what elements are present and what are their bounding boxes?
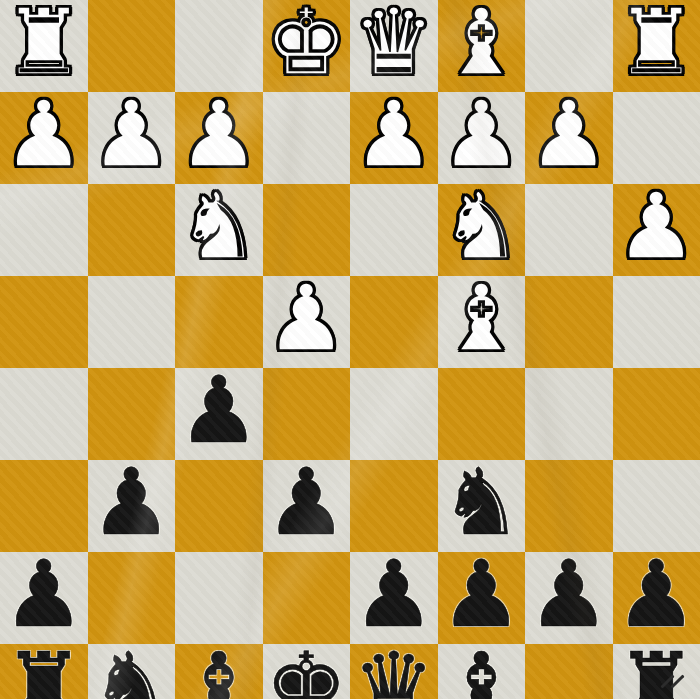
square-d1[interactable]: ♛ xyxy=(350,0,438,92)
square-h4[interactable] xyxy=(0,276,88,368)
piece-white-pawn[interactable]: ♟ xyxy=(265,273,347,365)
square-f1[interactable] xyxy=(175,0,263,92)
square-b8[interactable] xyxy=(525,644,613,699)
piece-white-rook[interactable]: ♜ xyxy=(3,0,85,89)
piece-white-pawn[interactable]: ♟ xyxy=(615,181,697,273)
square-h2[interactable]: ♟ xyxy=(0,92,88,184)
piece-black-bishop[interactable]: ♝ xyxy=(440,641,522,699)
piece-white-queen[interactable]: ♛ xyxy=(353,0,435,89)
square-g6[interactable]: ♟ xyxy=(88,460,176,552)
square-g1[interactable] xyxy=(88,0,176,92)
square-f2[interactable]: ♟ xyxy=(175,92,263,184)
square-g7[interactable] xyxy=(88,552,176,644)
piece-black-pawn[interactable]: ♟ xyxy=(528,549,610,641)
square-d5[interactable] xyxy=(350,368,438,460)
square-g8[interactable]: ♞ xyxy=(88,644,176,699)
square-b2[interactable]: ♟ xyxy=(525,92,613,184)
square-c6[interactable]: ♞ xyxy=(438,460,526,552)
piece-white-pawn[interactable]: ♟ xyxy=(440,89,522,181)
square-h3[interactable] xyxy=(0,184,88,276)
square-b3[interactable] xyxy=(525,184,613,276)
piece-black-queen[interactable]: ♛ xyxy=(353,641,435,699)
square-c8[interactable]: ♝ xyxy=(438,644,526,699)
square-e8[interactable]: ♚ xyxy=(263,644,351,699)
piece-black-pawn[interactable]: ♟ xyxy=(440,549,522,641)
square-a1[interactable]: ♜ xyxy=(613,0,700,92)
square-a4[interactable] xyxy=(613,276,700,368)
square-e7[interactable] xyxy=(263,552,351,644)
piece-white-knight[interactable]: ♞ xyxy=(178,181,260,273)
piece-black-knight[interactable]: ♞ xyxy=(90,641,172,699)
square-b6[interactable] xyxy=(525,460,613,552)
square-g5[interactable] xyxy=(88,368,176,460)
resize-handle[interactable] xyxy=(659,669,689,693)
square-a5[interactable] xyxy=(613,368,700,460)
square-e2[interactable] xyxy=(263,92,351,184)
piece-black-pawn[interactable]: ♟ xyxy=(90,457,172,549)
piece-black-knight[interactable]: ♞ xyxy=(440,457,522,549)
square-d6[interactable] xyxy=(350,460,438,552)
square-f8[interactable]: ♝ xyxy=(175,644,263,699)
square-a3[interactable]: ♟ xyxy=(613,184,700,276)
square-d8[interactable]: ♛ xyxy=(350,644,438,699)
piece-white-pawn[interactable]: ♟ xyxy=(353,89,435,181)
piece-white-rook[interactable]: ♜ xyxy=(615,0,697,89)
square-f7[interactable] xyxy=(175,552,263,644)
piece-black-rook[interactable]: ♜ xyxy=(3,641,85,699)
piece-black-bishop[interactable]: ♝ xyxy=(178,641,260,699)
square-d4[interactable] xyxy=(350,276,438,368)
square-h8[interactable]: ♜ xyxy=(0,644,88,699)
square-h6[interactable] xyxy=(0,460,88,552)
square-d7[interactable]: ♟ xyxy=(350,552,438,644)
square-c4[interactable]: ♝ xyxy=(438,276,526,368)
piece-white-bishop[interactable]: ♝ xyxy=(440,273,522,365)
square-d2[interactable]: ♟ xyxy=(350,92,438,184)
square-f4[interactable] xyxy=(175,276,263,368)
square-c1[interactable]: ♝ xyxy=(438,0,526,92)
square-e1[interactable]: ♚ xyxy=(263,0,351,92)
piece-white-pawn[interactable]: ♟ xyxy=(178,89,260,181)
square-a7[interactable]: ♟ xyxy=(613,552,700,644)
square-h7[interactable]: ♟ xyxy=(0,552,88,644)
piece-black-pawn[interactable]: ♟ xyxy=(353,549,435,641)
square-g3[interactable] xyxy=(88,184,176,276)
square-e5[interactable] xyxy=(263,368,351,460)
piece-white-king[interactable]: ♚ xyxy=(265,0,347,89)
square-g4[interactable] xyxy=(88,276,176,368)
piece-white-pawn[interactable]: ♟ xyxy=(3,89,85,181)
square-h1[interactable]: ♜ xyxy=(0,0,88,92)
piece-white-bishop[interactable]: ♝ xyxy=(440,0,522,89)
square-h5[interactable] xyxy=(0,368,88,460)
square-a2[interactable] xyxy=(613,92,700,184)
piece-white-pawn[interactable]: ♟ xyxy=(90,89,172,181)
square-f5[interactable]: ♟ xyxy=(175,368,263,460)
square-c5[interactable] xyxy=(438,368,526,460)
square-c3[interactable]: ♞ xyxy=(438,184,526,276)
square-b7[interactable]: ♟ xyxy=(525,552,613,644)
piece-black-pawn[interactable]: ♟ xyxy=(265,457,347,549)
square-c7[interactable]: ♟ xyxy=(438,552,526,644)
piece-black-pawn[interactable]: ♟ xyxy=(178,365,260,457)
square-e6[interactable]: ♟ xyxy=(263,460,351,552)
square-a6[interactable] xyxy=(613,460,700,552)
square-e4[interactable]: ♟ xyxy=(263,276,351,368)
square-g2[interactable]: ♟ xyxy=(88,92,176,184)
square-f6[interactable] xyxy=(175,460,263,552)
piece-black-pawn[interactable]: ♟ xyxy=(615,549,697,641)
square-d3[interactable] xyxy=(350,184,438,276)
piece-white-knight[interactable]: ♞ xyxy=(440,181,522,273)
chess-board[interactable]: ♜♚♛♝♜♟♟♟♟♟♟♞♞♟♟♝♟♟♟♞♟♟♟♟♟♜♞♝♚♛♝♜ xyxy=(0,0,700,699)
square-b4[interactable] xyxy=(525,276,613,368)
square-b5[interactable] xyxy=(525,368,613,460)
piece-black-king[interactable]: ♚ xyxy=(265,641,347,699)
square-f3[interactable]: ♞ xyxy=(175,184,263,276)
piece-white-pawn[interactable]: ♟ xyxy=(528,89,610,181)
square-b1[interactable] xyxy=(525,0,613,92)
chess-board-widget: ♜♚♛♝♜♟♟♟♟♟♟♞♞♟♟♝♟♟♟♞♟♟♟♟♟♜♞♝♚♛♝♜ xyxy=(0,0,700,699)
piece-black-pawn[interactable]: ♟ xyxy=(3,549,85,641)
square-c2[interactable]: ♟ xyxy=(438,92,526,184)
square-e3[interactable] xyxy=(263,184,351,276)
